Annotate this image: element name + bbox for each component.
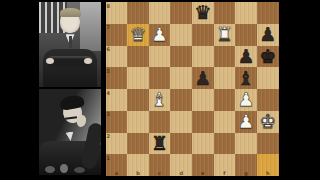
- square-b7[interactable]: ♛: [127, 24, 149, 46]
- square-b1[interactable]: b: [127, 154, 149, 176]
- black-king[interactable]: ♚: [259, 47, 276, 66]
- square-a1[interactable]: 1a: [106, 154, 128, 176]
- square-f6[interactable]: [214, 46, 236, 68]
- square-g3[interactable]: ♟: [235, 111, 257, 133]
- file-label-b: b: [136, 170, 140, 176]
- square-d2[interactable]: [170, 133, 192, 155]
- black-rook[interactable]: ♜: [151, 134, 168, 153]
- rank-label-8: 8: [107, 3, 110, 9]
- black-queen[interactable]: ♛: [194, 3, 211, 22]
- square-c2[interactable]: ♜: [149, 133, 171, 155]
- black-pawn[interactable]: ♟: [194, 69, 211, 88]
- player-photo-top: [39, 2, 101, 87]
- square-g1[interactable]: g: [235, 154, 257, 176]
- file-label-d: d: [179, 170, 183, 176]
- square-h3[interactable]: ♚: [257, 111, 279, 133]
- player-photo-bottom: [39, 89, 101, 175]
- square-f8[interactable]: [214, 2, 236, 24]
- square-d6[interactable]: [170, 46, 192, 68]
- square-b5[interactable]: [127, 67, 149, 89]
- square-e4[interactable]: [192, 89, 214, 111]
- square-g4[interactable]: ♟: [235, 89, 257, 111]
- square-a7[interactable]: 7: [106, 24, 128, 46]
- square-d7[interactable]: [170, 24, 192, 46]
- square-c1[interactable]: c: [149, 154, 171, 176]
- square-c5[interactable]: [149, 67, 171, 89]
- square-b2[interactable]: [127, 133, 149, 155]
- square-h7[interactable]: ♟: [257, 24, 279, 46]
- square-b8[interactable]: [127, 2, 149, 24]
- white-pawn[interactable]: ♟: [238, 90, 255, 109]
- square-g7[interactable]: [235, 24, 257, 46]
- square-d8[interactable]: [170, 2, 192, 24]
- square-h8[interactable]: [257, 2, 279, 24]
- square-h6[interactable]: ♚: [257, 46, 279, 68]
- file-label-c: c: [158, 170, 161, 176]
- square-a4[interactable]: 4: [106, 89, 128, 111]
- rank-label-5: 5: [107, 68, 110, 74]
- square-g2[interactable]: [235, 133, 257, 155]
- square-b6[interactable]: [127, 46, 149, 68]
- square-g8[interactable]: [235, 2, 257, 24]
- square-c7[interactable]: ♟: [149, 24, 171, 46]
- square-a3[interactable]: 3: [106, 111, 128, 133]
- portrait-top-suit: [43, 49, 97, 87]
- square-d4[interactable]: [170, 89, 192, 111]
- chess-board[interactable]: 8♛7♛♟♜♟6♟♚5♟♝4♝♟3♟♚2♜1abcdefgh: [106, 2, 279, 176]
- square-d1[interactable]: d: [170, 154, 192, 176]
- square-a5[interactable]: 5: [106, 67, 128, 89]
- square-e3[interactable]: [192, 111, 214, 133]
- square-g5[interactable]: ♝: [235, 67, 257, 89]
- square-f1[interactable]: f: [214, 154, 236, 176]
- square-e8[interactable]: ♛: [192, 2, 214, 24]
- white-queen[interactable]: ♛: [129, 25, 146, 44]
- square-e2[interactable]: [192, 133, 214, 155]
- white-bishop[interactable]: ♝: [151, 90, 168, 109]
- light-panel: [80, 2, 101, 51]
- file-label-f: f: [223, 170, 225, 176]
- square-d3[interactable]: [170, 111, 192, 133]
- square-e6[interactable]: [192, 46, 214, 68]
- black-bishop[interactable]: ♝: [238, 69, 255, 88]
- file-label-h: h: [266, 170, 270, 176]
- video-frame: 8♛7♛♟♜♟6♟♚5♟♝4♝♟3♟♚2♜1abcdefgh: [0, 0, 320, 180]
- square-a2[interactable]: 2: [106, 133, 128, 155]
- square-f2[interactable]: [214, 133, 236, 155]
- square-g6[interactable]: ♟: [235, 46, 257, 68]
- file-label-g: g: [244, 170, 248, 176]
- file-label-e: e: [201, 170, 204, 176]
- square-a6[interactable]: 6: [106, 46, 128, 68]
- black-pawn[interactable]: ♟: [259, 25, 276, 44]
- square-d5[interactable]: [170, 67, 192, 89]
- portrait-top-hair: [60, 8, 81, 17]
- file-label-a: a: [115, 170, 118, 176]
- square-e5[interactable]: ♟: [192, 67, 214, 89]
- square-c6[interactable]: [149, 46, 171, 68]
- rank-label-4: 4: [107, 90, 110, 96]
- square-c4[interactable]: ♝: [149, 89, 171, 111]
- square-b3[interactable]: [127, 111, 149, 133]
- square-f7[interactable]: ♜: [214, 24, 236, 46]
- square-e7[interactable]: [192, 24, 214, 46]
- square-f5[interactable]: [214, 67, 236, 89]
- rank-label-7: 7: [107, 24, 110, 30]
- white-king[interactable]: ♚: [259, 112, 276, 131]
- white-pawn[interactable]: ♟: [238, 112, 255, 131]
- white-pawn[interactable]: ♟: [151, 25, 168, 44]
- square-f4[interactable]: [214, 89, 236, 111]
- square-h5[interactable]: [257, 67, 279, 89]
- square-c8[interactable]: [149, 2, 171, 24]
- square-h4[interactable]: [257, 89, 279, 111]
- square-e1[interactable]: e: [192, 154, 214, 176]
- white-rook[interactable]: ♜: [216, 25, 233, 44]
- rank-label-2: 2: [107, 133, 110, 139]
- rank-label-6: 6: [107, 46, 110, 52]
- square-f3[interactable]: [214, 111, 236, 133]
- square-b4[interactable]: [127, 89, 149, 111]
- portrait-top-tie: [69, 36, 72, 48]
- rank-label-3: 3: [107, 111, 110, 117]
- square-h2[interactable]: [257, 133, 279, 155]
- square-a8[interactable]: 8: [106, 2, 128, 24]
- black-pawn[interactable]: ♟: [238, 47, 255, 66]
- square-h1[interactable]: h: [257, 154, 279, 176]
- rank-label-1: 1: [107, 155, 110, 161]
- square-c3[interactable]: [149, 111, 171, 133]
